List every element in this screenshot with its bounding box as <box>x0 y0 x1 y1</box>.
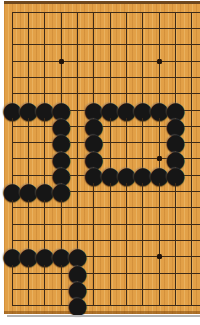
intersection[interactable] <box>20 53 36 69</box>
intersection[interactable] <box>135 135 151 151</box>
intersection[interactable] <box>135 20 151 36</box>
intersection[interactable] <box>135 281 151 297</box>
intersection[interactable] <box>69 118 85 134</box>
intersection[interactable] <box>4 69 20 85</box>
intersection[interactable] <box>69 20 85 36</box>
intersection[interactable] <box>37 281 53 297</box>
intersection[interactable] <box>118 69 134 85</box>
intersection[interactable] <box>69 232 85 248</box>
intersection[interactable] <box>135 183 151 199</box>
intersection[interactable] <box>37 265 53 281</box>
intersection[interactable] <box>69 183 85 199</box>
screenshot-frame: ●●●●●●●●●●●●●●●●●●●●●●●●●●●●●●●●●●●●●● <box>0 0 200 325</box>
intersection[interactable]: ● <box>86 102 102 118</box>
intersection[interactable] <box>86 216 102 232</box>
intersection[interactable] <box>102 53 118 69</box>
intersection[interactable] <box>20 200 36 216</box>
intersection[interactable]: ● <box>135 102 151 118</box>
intersection[interactable]: ● <box>37 183 53 199</box>
black-stone: ● <box>69 281 85 297</box>
black-stone: ● <box>118 102 134 118</box>
intersection[interactable] <box>86 4 102 20</box>
intersection[interactable] <box>151 249 167 265</box>
intersection[interactable] <box>4 53 20 69</box>
black-stone: ● <box>102 167 118 183</box>
intersection[interactable] <box>4 118 20 134</box>
intersection[interactable] <box>86 249 102 265</box>
intersection[interactable] <box>135 232 151 248</box>
black-stone: ● <box>20 102 36 118</box>
intersection[interactable]: ● <box>53 135 69 151</box>
intersection[interactable] <box>135 265 151 281</box>
black-stone: ● <box>4 102 20 118</box>
intersection[interactable] <box>4 4 20 20</box>
intersection[interactable] <box>20 167 36 183</box>
intersection[interactable] <box>118 232 134 248</box>
intersection[interactable] <box>118 298 134 314</box>
intersection[interactable] <box>118 216 134 232</box>
black-stone: ● <box>53 167 69 183</box>
intersection[interactable] <box>184 53 200 69</box>
intersection[interactable] <box>86 183 102 199</box>
intersection[interactable] <box>118 200 134 216</box>
black-stone: ● <box>86 135 102 151</box>
intersection[interactable] <box>69 135 85 151</box>
intersection[interactable] <box>184 167 200 183</box>
intersection[interactable] <box>167 53 183 69</box>
intersection[interactable] <box>184 216 200 232</box>
intersection[interactable] <box>184 151 200 167</box>
intersection[interactable] <box>69 37 85 53</box>
black-stone: ● <box>53 249 69 265</box>
intersection[interactable] <box>37 151 53 167</box>
intersection[interactable]: ● <box>86 135 102 151</box>
intersection[interactable] <box>86 298 102 314</box>
intersection[interactable] <box>135 53 151 69</box>
black-stone: ● <box>53 183 69 199</box>
intersection[interactable] <box>184 249 200 265</box>
black-stone: ● <box>135 167 151 183</box>
intersection[interactable] <box>135 118 151 134</box>
intersection[interactable] <box>184 118 200 134</box>
intersection[interactable] <box>167 183 183 199</box>
intersection[interactable] <box>167 4 183 20</box>
intersection[interactable] <box>53 216 69 232</box>
intersection[interactable] <box>20 135 36 151</box>
intersection[interactable] <box>118 37 134 53</box>
intersection[interactable] <box>4 151 20 167</box>
black-stone: ● <box>69 249 85 265</box>
intersection[interactable] <box>4 135 20 151</box>
board: ●●●●●●●●●●●●●●●●●●●●●●●●●●●●●●●●●●●●●● <box>4 4 200 314</box>
intersection[interactable] <box>69 102 85 118</box>
intersection[interactable] <box>167 281 183 297</box>
intersection[interactable] <box>102 118 118 134</box>
intersection[interactable] <box>135 4 151 20</box>
intersection[interactable]: ● <box>20 102 36 118</box>
intersection[interactable] <box>118 151 134 167</box>
intersection[interactable] <box>53 4 69 20</box>
intersection[interactable]: ● <box>69 265 85 281</box>
intersection[interactable] <box>102 4 118 20</box>
intersection[interactable] <box>37 69 53 85</box>
intersection[interactable] <box>102 249 118 265</box>
intersection[interactable] <box>167 86 183 102</box>
black-stone: ● <box>118 167 134 183</box>
intersection[interactable] <box>4 265 20 281</box>
intersection[interactable] <box>86 20 102 36</box>
intersection[interactable] <box>37 232 53 248</box>
intersection[interactable] <box>102 298 118 314</box>
black-stone: ● <box>167 135 183 151</box>
intersection[interactable] <box>151 118 167 134</box>
intersection[interactable] <box>69 167 85 183</box>
black-stone: ● <box>86 102 102 118</box>
intersection[interactable] <box>4 216 20 232</box>
black-stone: ● <box>86 151 102 167</box>
black-stone: ● <box>102 102 118 118</box>
intersection[interactable] <box>37 53 53 69</box>
intersection[interactable]: ● <box>69 249 85 265</box>
intersection[interactable] <box>118 20 134 36</box>
intersection[interactable] <box>167 232 183 248</box>
intersection[interactable]: ● <box>86 167 102 183</box>
intersection[interactable]: ● <box>4 249 20 265</box>
intersection[interactable] <box>102 232 118 248</box>
intersection[interactable] <box>86 37 102 53</box>
intersection[interactable] <box>20 151 36 167</box>
intersection[interactable]: ● <box>53 249 69 265</box>
intersection[interactable]: ● <box>53 151 69 167</box>
intersection[interactable] <box>167 200 183 216</box>
intersection[interactable] <box>4 232 20 248</box>
intersection[interactable] <box>69 53 85 69</box>
intersection[interactable] <box>20 118 36 134</box>
intersection[interactable] <box>135 298 151 314</box>
intersection[interactable] <box>102 86 118 102</box>
intersection[interactable] <box>69 151 85 167</box>
intersection[interactable] <box>151 37 167 53</box>
black-stone: ● <box>53 118 69 134</box>
intersection[interactable]: ● <box>20 183 36 199</box>
board-bottom-shadow <box>7 315 200 317</box>
intersection[interactable] <box>102 37 118 53</box>
intersection[interactable] <box>167 69 183 85</box>
intersection[interactable] <box>167 249 183 265</box>
intersection[interactable]: ● <box>151 102 167 118</box>
intersection[interactable] <box>69 86 85 102</box>
intersection[interactable] <box>151 86 167 102</box>
intersection[interactable] <box>102 151 118 167</box>
intersection[interactable] <box>135 151 151 167</box>
intersection[interactable] <box>53 232 69 248</box>
intersection[interactable]: ● <box>167 102 183 118</box>
intersection[interactable] <box>102 183 118 199</box>
black-stone: ● <box>53 102 69 118</box>
intersection[interactable] <box>37 37 53 53</box>
intersection[interactable] <box>167 37 183 53</box>
intersection[interactable]: ● <box>118 167 134 183</box>
intersection[interactable]: ● <box>167 118 183 134</box>
intersection[interactable]: ● <box>37 249 53 265</box>
intersection[interactable]: ● <box>151 167 167 183</box>
intersection[interactable] <box>37 20 53 36</box>
intersection[interactable] <box>20 298 36 314</box>
black-stone: ● <box>151 102 167 118</box>
black-stone: ● <box>4 183 20 199</box>
intersection[interactable] <box>37 298 53 314</box>
intersection[interactable] <box>4 298 20 314</box>
intersection[interactable] <box>135 69 151 85</box>
intersection[interactable] <box>53 20 69 36</box>
intersection[interactable]: ● <box>37 102 53 118</box>
intersection[interactable] <box>118 118 134 134</box>
intersection[interactable]: ● <box>53 167 69 183</box>
intersection[interactable] <box>20 69 36 85</box>
intersection[interactable]: ● <box>4 102 20 118</box>
intersection[interactable] <box>53 69 69 85</box>
intersection[interactable] <box>151 20 167 36</box>
intersection[interactable] <box>102 281 118 297</box>
intersection[interactable] <box>118 53 134 69</box>
black-stone: ● <box>53 135 69 151</box>
intersection[interactable] <box>102 265 118 281</box>
black-stone: ● <box>167 118 183 134</box>
intersection[interactable] <box>69 200 85 216</box>
intersection[interactable] <box>151 298 167 314</box>
intersection[interactable] <box>184 69 200 85</box>
black-stone: ● <box>20 183 36 199</box>
intersection[interactable]: ● <box>4 183 20 199</box>
intersection[interactable] <box>37 200 53 216</box>
intersection[interactable] <box>86 69 102 85</box>
black-stone: ● <box>4 249 20 265</box>
black-stone: ● <box>167 151 183 167</box>
intersection[interactable] <box>118 183 134 199</box>
intersection[interactable] <box>184 265 200 281</box>
intersection[interactable] <box>135 216 151 232</box>
intersection[interactable] <box>69 4 85 20</box>
intersection[interactable]: ● <box>167 167 183 183</box>
intersection[interactable] <box>102 216 118 232</box>
intersection[interactable] <box>20 281 36 297</box>
intersection[interactable] <box>53 86 69 102</box>
intersection[interactable] <box>184 200 200 216</box>
intersection[interactable] <box>184 135 200 151</box>
intersection[interactable]: ● <box>167 151 183 167</box>
intersection[interactable] <box>151 4 167 20</box>
intersection[interactable] <box>20 37 36 53</box>
intersection[interactable] <box>151 216 167 232</box>
intersection[interactable] <box>184 37 200 53</box>
intersection[interactable] <box>184 232 200 248</box>
intersection[interactable]: ● <box>86 118 102 134</box>
intersection[interactable]: ● <box>53 102 69 118</box>
intersection[interactable] <box>86 281 102 297</box>
intersection[interactable] <box>86 265 102 281</box>
intersection[interactable] <box>151 135 167 151</box>
intersection[interactable] <box>135 86 151 102</box>
intersection[interactable] <box>37 167 53 183</box>
intersection[interactable] <box>184 4 200 20</box>
intersection[interactable] <box>37 4 53 20</box>
intersection[interactable] <box>53 281 69 297</box>
black-stone: ● <box>135 102 151 118</box>
intersection[interactable] <box>135 200 151 216</box>
intersection[interactable] <box>20 20 36 36</box>
intersection[interactable]: ● <box>167 135 183 151</box>
intersection[interactable] <box>151 53 167 69</box>
intersection[interactable] <box>53 53 69 69</box>
intersection[interactable] <box>135 249 151 265</box>
intersection[interactable] <box>167 20 183 36</box>
intersection[interactable] <box>86 86 102 102</box>
intersection[interactable] <box>53 200 69 216</box>
black-stone: ● <box>86 167 102 183</box>
black-stone: ● <box>20 249 36 265</box>
intersection[interactable] <box>4 281 20 297</box>
intersection[interactable] <box>118 4 134 20</box>
intersection[interactable]: ● <box>53 118 69 134</box>
intersection[interactable] <box>37 118 53 134</box>
black-stone: ● <box>69 265 85 281</box>
intersection[interactable] <box>86 232 102 248</box>
intersection[interactable] <box>86 200 102 216</box>
intersection[interactable] <box>184 102 200 118</box>
intersection[interactable]: ● <box>69 298 85 314</box>
intersection[interactable] <box>151 281 167 297</box>
intersection[interactable]: ● <box>102 102 118 118</box>
black-stone: ● <box>167 167 183 183</box>
intersection[interactable] <box>86 53 102 69</box>
intersection[interactable] <box>4 20 20 36</box>
intersection[interactable] <box>118 135 134 151</box>
intersection[interactable] <box>151 200 167 216</box>
intersection[interactable] <box>37 86 53 102</box>
intersection[interactable] <box>4 37 20 53</box>
intersection[interactable]: ● <box>135 167 151 183</box>
intersection[interactable] <box>184 183 200 199</box>
black-stone: ● <box>53 151 69 167</box>
intersection[interactable]: ● <box>102 167 118 183</box>
intersection[interactable] <box>184 281 200 297</box>
intersection[interactable] <box>151 69 167 85</box>
intersection[interactable] <box>69 216 85 232</box>
intersection[interactable]: ● <box>20 249 36 265</box>
intersection[interactable]: ● <box>69 281 85 297</box>
intersection[interactable] <box>4 167 20 183</box>
intersection[interactable] <box>102 20 118 36</box>
intersection[interactable] <box>102 69 118 85</box>
intersection[interactable] <box>69 69 85 85</box>
black-stone: ● <box>37 102 53 118</box>
intersection[interactable] <box>151 232 167 248</box>
intersection[interactable] <box>102 200 118 216</box>
intersection[interactable] <box>4 86 20 102</box>
intersection[interactable] <box>102 135 118 151</box>
black-stone: ● <box>37 183 53 199</box>
intersection[interactable] <box>20 4 36 20</box>
intersection[interactable] <box>118 249 134 265</box>
intersection[interactable] <box>20 265 36 281</box>
intersection[interactable] <box>4 200 20 216</box>
black-stone: ● <box>69 298 85 314</box>
intersection[interactable]: ● <box>118 102 134 118</box>
intersection[interactable] <box>135 37 151 53</box>
intersection[interactable] <box>118 281 134 297</box>
intersection[interactable]: ● <box>86 151 102 167</box>
intersection[interactable] <box>53 298 69 314</box>
intersection[interactable] <box>118 265 134 281</box>
intersection[interactable] <box>53 37 69 53</box>
intersection[interactable]: ● <box>53 183 69 199</box>
intersection[interactable] <box>20 86 36 102</box>
intersection[interactable] <box>151 183 167 199</box>
intersection[interactable] <box>118 86 134 102</box>
intersection[interactable] <box>20 232 36 248</box>
intersection[interactable] <box>184 86 200 102</box>
intersection[interactable] <box>37 216 53 232</box>
intersection[interactable] <box>167 265 183 281</box>
black-stone: ● <box>37 249 53 265</box>
intersection[interactable] <box>37 135 53 151</box>
intersection[interactable] <box>151 151 167 167</box>
intersection[interactable] <box>184 20 200 36</box>
intersection[interactable] <box>20 216 36 232</box>
intersection[interactable] <box>167 216 183 232</box>
intersection[interactable] <box>167 298 183 314</box>
intersection[interactable] <box>151 265 167 281</box>
intersection[interactable] <box>184 298 200 314</box>
black-stone: ● <box>167 102 183 118</box>
intersection[interactable] <box>53 265 69 281</box>
black-stone: ● <box>151 167 167 183</box>
black-stone: ● <box>86 118 102 134</box>
